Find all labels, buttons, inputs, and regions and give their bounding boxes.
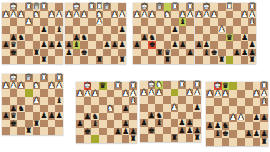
square: ♟ (111, 41, 119, 49)
white-pawn-piece: ♟ (156, 88, 163, 96)
square: ♟ (122, 128, 130, 136)
white-rook-piece: ♜ (41, 3, 48, 11)
square (107, 120, 115, 128)
square (233, 18, 241, 26)
square (206, 106, 214, 114)
square (233, 11, 241, 19)
square: ♟ (206, 122, 214, 130)
white-rook-piece: ♜ (172, 3, 179, 11)
white-pawn-piece: ♟ (56, 81, 63, 89)
square: ♟ (55, 112, 63, 120)
square (96, 26, 104, 34)
square (156, 26, 164, 34)
black-king-piece: ♚ (211, 49, 218, 57)
square (99, 113, 107, 121)
square (76, 105, 84, 113)
square (2, 89, 10, 97)
square (99, 120, 107, 128)
white-pawn-piece: ♟ (253, 90, 260, 98)
square (107, 82, 115, 90)
square (48, 120, 56, 128)
square (178, 96, 186, 104)
white-pawn-piece: ♟ (96, 18, 103, 26)
square (40, 120, 48, 128)
square (17, 127, 25, 135)
square (33, 56, 41, 64)
square (111, 26, 119, 34)
square (179, 49, 187, 57)
square: ♟ (10, 11, 18, 19)
square (229, 130, 237, 138)
square (229, 98, 237, 106)
square (186, 96, 194, 104)
mini-chess-board-6[interactable]: ♚♛♜♜♟♟♟♟♟♝♞♟♟♞♟♝♟♚♟♟♟♜ (76, 82, 137, 143)
square (133, 56, 141, 64)
black-rook-piece: ♜ (261, 138, 268, 146)
square: ♚ (80, 49, 88, 57)
square (103, 56, 111, 64)
square: ♟ (186, 49, 194, 57)
black-pawn-piece: ♟ (253, 130, 260, 138)
square (155, 96, 163, 104)
square (163, 119, 171, 127)
square (65, 26, 73, 34)
black-rook-piece: ♜ (218, 56, 225, 64)
square (17, 18, 25, 26)
square (148, 134, 156, 142)
square (148, 18, 156, 26)
square (140, 134, 148, 142)
square: ♞ (33, 11, 41, 19)
square: ♟ (118, 26, 126, 34)
square (163, 112, 171, 120)
square (2, 26, 10, 34)
square (48, 89, 56, 97)
square (55, 127, 63, 135)
black-pawn-piece: ♟ (172, 26, 179, 34)
square (163, 127, 171, 135)
square (222, 98, 230, 106)
square: ♟ (186, 127, 194, 135)
square: ♛ (226, 34, 234, 42)
square (140, 104, 148, 112)
square (156, 11, 164, 19)
white-pawn-piece: ♟ (81, 10, 88, 17)
white-pawn-piece: ♟ (25, 18, 32, 26)
square (195, 56, 203, 64)
black-pawn-piece: ♟ (2, 41, 9, 49)
square: ♟ (253, 90, 261, 98)
square: ♜ (226, 3, 234, 11)
square (25, 82, 33, 90)
square: ♞ (80, 34, 88, 42)
square (163, 81, 171, 89)
white-knight-piece: ♞ (107, 105, 114, 113)
square (55, 49, 63, 57)
white-pawn-piece: ♟ (73, 10, 80, 17)
black-pawn-piece: ♟ (141, 33, 148, 41)
square: ♟ (193, 89, 201, 97)
white-pawn-piece: ♟ (133, 10, 140, 17)
square (178, 89, 186, 97)
square (229, 138, 237, 146)
square (222, 106, 230, 114)
square (210, 56, 218, 64)
square (96, 34, 104, 42)
square: ♟ (253, 130, 261, 138)
white-rook-piece: ♜ (25, 3, 32, 11)
square (241, 56, 249, 64)
square (114, 97, 122, 105)
black-pawn-piece: ♟ (179, 127, 186, 135)
square (214, 98, 222, 106)
square: ♟ (141, 34, 149, 42)
white-pawn-piece: ♟ (238, 114, 245, 122)
square (171, 119, 179, 127)
square: ♟ (96, 18, 104, 26)
square: ♟ (118, 11, 126, 19)
square (33, 26, 41, 34)
square (103, 18, 111, 26)
square (195, 49, 203, 57)
square: ♟ (195, 41, 203, 49)
mini-chess-board-8[interactable]: ♚♛♜♟♟♟♟♟♝♟♟♟♟♟♟♞♝♚♟♟♟♜ (206, 82, 268, 146)
white-pawn-piece: ♟ (48, 81, 55, 89)
white-pawn-piece: ♟ (2, 81, 9, 89)
square (226, 56, 234, 64)
black-king-piece: ♚ (10, 49, 17, 57)
black-pawn-piece: ♟ (172, 41, 179, 49)
square (88, 49, 96, 57)
square (141, 56, 149, 64)
black-rook-piece: ♜ (41, 56, 48, 64)
square: ♝ (129, 97, 137, 105)
white-pawn-piece: ♟ (186, 88, 193, 96)
square (148, 56, 156, 64)
square: ♜ (164, 56, 172, 64)
mini-chess-board-3[interactable]: ♚♛♜♜♟♟♟♞♟♟♝♟♟♞♟♚♟♟♜♛♟♜ (133, 3, 194, 64)
square: ♟ (2, 112, 10, 120)
black-bishop-piece: ♝ (73, 41, 80, 49)
square (163, 104, 171, 112)
square (171, 81, 179, 89)
square (111, 49, 119, 57)
black-pawn-piece: ♟ (119, 26, 126, 34)
white-pawn-piece: ♟ (241, 10, 248, 17)
white-knight-piece: ♞ (33, 10, 40, 17)
square (210, 26, 218, 34)
square: ♜ (171, 3, 179, 11)
square (229, 90, 237, 98)
square (17, 41, 25, 49)
square (156, 56, 164, 64)
square (114, 105, 122, 113)
square (99, 135, 107, 143)
square (229, 122, 237, 130)
square (107, 135, 115, 143)
square (103, 26, 111, 34)
square: ♝ (260, 98, 268, 106)
square: ♟ (118, 41, 126, 49)
black-pawn-piece: ♟ (56, 41, 63, 49)
black-knight-piece: ♞ (18, 33, 25, 41)
square (25, 97, 33, 105)
square (99, 105, 107, 113)
white-pawn-piece: ♟ (111, 10, 118, 17)
square (88, 11, 96, 19)
mini-chess-board-7[interactable]: ♚♞♜♜♟♟♟♟♟♟♟♟♞♟♝♟♟♚♟♟♟♜♜ (140, 81, 201, 142)
white-pawn-piece: ♟ (92, 89, 99, 97)
white-knight-piece: ♞ (33, 81, 40, 89)
square (253, 98, 261, 106)
square (245, 138, 253, 146)
white-pawn-piece: ♟ (2, 10, 9, 17)
square (233, 56, 241, 64)
square (40, 97, 48, 105)
square: ♟ (40, 26, 48, 34)
white-pawn-piece: ♟ (171, 104, 178, 112)
square (48, 18, 56, 26)
square: ♜ (114, 82, 122, 90)
square (73, 56, 81, 64)
square (218, 11, 226, 19)
square (179, 26, 187, 34)
square: ♟ (80, 11, 88, 19)
square (88, 34, 96, 42)
square (107, 90, 115, 98)
white-pawn-piece: ♟ (10, 81, 17, 89)
black-bishop-piece: ♝ (179, 18, 186, 26)
square (25, 34, 33, 42)
square (111, 56, 119, 64)
square (186, 56, 194, 64)
square (25, 89, 33, 97)
square: ♟ (2, 82, 10, 90)
white-pawn-piece: ♟ (187, 10, 194, 17)
square (33, 18, 41, 26)
square (214, 106, 222, 114)
square: ♟ (40, 112, 48, 120)
mini-chess-board-4[interactable]: ♚♜♜♟♟♟♟♟♝♟♛♟♟♟♟♝♚♟♟♟♜♜ (195, 3, 256, 64)
square (133, 26, 141, 34)
black-pawn-piece: ♟ (187, 49, 194, 57)
square (65, 56, 73, 64)
square: ♜ (25, 3, 33, 11)
white-queen-piece: ♛ (104, 3, 111, 11)
square (206, 130, 214, 138)
square: ♟ (2, 11, 10, 19)
square (25, 112, 33, 120)
square (73, 49, 81, 57)
square (248, 26, 256, 34)
square (133, 49, 141, 57)
black-pawn-piece: ♟ (241, 33, 248, 41)
white-rook-piece: ♜ (226, 3, 233, 11)
square: ♝ (91, 120, 99, 128)
black-pawn-piece: ♟ (253, 114, 260, 122)
black-pawn-piece: ♟ (207, 122, 214, 130)
black-pawn-piece: ♟ (119, 41, 126, 49)
square: ♟ (17, 82, 25, 90)
square (171, 11, 179, 19)
square (140, 127, 148, 135)
square (99, 90, 107, 98)
square (241, 18, 249, 26)
white-bishop-piece: ♝ (261, 98, 268, 106)
white-queen-piece: ♛ (25, 74, 32, 82)
square: ♛ (99, 82, 107, 90)
square (33, 105, 41, 113)
square (73, 18, 81, 26)
square (206, 98, 214, 106)
square (193, 112, 201, 120)
white-pawn-piece: ♟ (84, 89, 91, 97)
white-queen-piece: ♛ (156, 3, 163, 11)
square (233, 34, 241, 42)
square (237, 90, 245, 98)
white-pawn-piece: ♟ (10, 10, 17, 17)
square (226, 18, 234, 26)
square: ♜ (193, 134, 201, 142)
square (237, 122, 245, 130)
square: ♜ (129, 135, 137, 143)
square (229, 82, 237, 90)
white-pawn-piece: ♟ (211, 10, 218, 17)
square (195, 18, 203, 26)
black-king-piece: ♚ (149, 41, 156, 49)
square (17, 89, 25, 97)
square (65, 18, 73, 26)
square (178, 134, 186, 142)
square: ♟ (55, 82, 63, 90)
square: ♟ (155, 89, 163, 97)
black-bishop-piece: ♝ (92, 120, 99, 128)
square: ♝ (155, 119, 163, 127)
square: ♜ (40, 56, 48, 64)
square (10, 89, 18, 97)
square: ♟ (84, 113, 92, 121)
square: ♟ (148, 112, 156, 120)
square (245, 98, 253, 106)
square (48, 97, 56, 105)
black-king-piece: ♚ (148, 127, 155, 135)
square (2, 120, 10, 128)
square (2, 49, 10, 57)
square: ♟ (55, 11, 63, 19)
square (40, 82, 48, 90)
black-pawn-piece: ♟ (41, 41, 48, 49)
square: ♟ (253, 114, 261, 122)
square: ♟ (114, 128, 122, 136)
square (253, 138, 261, 146)
black-bishop-piece: ♝ (56, 26, 63, 34)
square (33, 34, 41, 42)
black-knight-piece: ♞ (18, 104, 25, 112)
square: ♜ (33, 120, 41, 128)
white-rook-piece: ♜ (88, 3, 95, 11)
square (17, 56, 25, 64)
square: ♜ (40, 74, 48, 82)
square (25, 49, 33, 57)
square (2, 18, 10, 26)
square: ♟ (148, 89, 156, 97)
square (88, 41, 96, 49)
square: ♟ (195, 11, 203, 19)
black-rook-piece: ♜ (25, 127, 32, 135)
square: ♟ (203, 11, 211, 19)
square: ♜ (25, 127, 33, 135)
square (171, 89, 179, 97)
black-knight-piece: ♞ (81, 33, 88, 41)
white-pawn-piece: ♟ (218, 26, 225, 34)
mini-chess-board-5[interactable]: ♚♛♜♜♟♟♟♞♟♟♟♝♟♞♟♛♟♟♟♚♜♜ (2, 74, 63, 135)
white-pawn-piece: ♟ (214, 90, 221, 98)
square (171, 56, 179, 64)
square (140, 96, 148, 104)
black-pawn-piece: ♟ (186, 127, 193, 135)
white-bishop-piece: ♝ (249, 18, 256, 26)
square: ♟ (111, 11, 119, 19)
white-pawn-piece: ♟ (76, 89, 83, 97)
square: ♟ (245, 130, 253, 138)
white-pawn-piece: ♟ (119, 10, 126, 17)
square: ♟ (186, 11, 194, 19)
black-rook-piece: ♜ (119, 56, 126, 64)
white-pawn-piece: ♟ (140, 88, 147, 96)
square (226, 41, 234, 49)
black-pawn-piece: ♟ (133, 41, 140, 49)
square (88, 56, 96, 64)
square (25, 26, 33, 34)
square: ♝ (179, 18, 187, 26)
black-pawn-piece: ♟ (148, 111, 155, 119)
square: ♝ (55, 26, 63, 34)
square (40, 89, 48, 97)
square (141, 41, 149, 49)
square (245, 82, 253, 90)
square: ♚ (148, 127, 156, 135)
square (171, 112, 179, 120)
square: ♟ (84, 90, 92, 98)
square (163, 134, 171, 142)
square (84, 97, 92, 105)
square (17, 120, 25, 128)
white-pawn-piece: ♟ (122, 89, 129, 97)
square: ♟ (241, 11, 249, 19)
square (55, 56, 63, 64)
square: ♜ (88, 3, 96, 11)
square: ♞ (17, 105, 25, 113)
square: ♜ (33, 49, 41, 57)
square: ♟ (122, 105, 130, 113)
square: ♟ (233, 49, 241, 57)
black-pawn-piece: ♟ (111, 41, 118, 49)
black-king-piece: ♚ (10, 120, 17, 128)
square (33, 127, 41, 135)
mini-chess-board-1[interactable]: ♚♜♛♜♟♟♟♞♟♟♟♟♝♟♞♟♛♟♟♟♚♜♜ (2, 3, 63, 64)
mini-chess-board-2[interactable]: ♚♜♜♛♟♟♟♞♟♟♟♟♟♞♟♝♟♟♟♟♚♜♜ (65, 3, 126, 64)
square: ♚ (10, 49, 18, 57)
square: ♟ (55, 41, 63, 49)
square: ♟ (241, 49, 249, 57)
square: ♟ (10, 82, 18, 90)
square (141, 49, 149, 57)
square: ♟ (214, 90, 222, 98)
square (226, 11, 234, 19)
square: ♞ (107, 105, 115, 113)
square (10, 18, 18, 26)
square: ♝ (214, 130, 222, 138)
